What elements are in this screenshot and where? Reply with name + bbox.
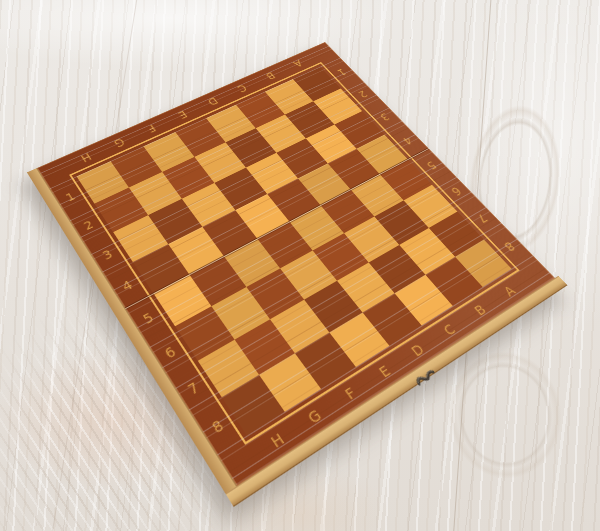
file-label-top-e: E xyxy=(176,109,189,120)
rank-label-right-1: 1 xyxy=(335,67,348,77)
file-label-top-f: F xyxy=(146,123,158,134)
file-label-bottom-c: C xyxy=(441,322,458,338)
rank-label-left-6: 6 xyxy=(162,344,178,360)
rank-label-left-1: 1 xyxy=(64,190,77,203)
rank-label-left-5: 5 xyxy=(141,310,156,325)
file-label-bottom-b: B xyxy=(472,302,488,317)
file-label-bottom-d: D xyxy=(409,342,427,359)
file-label-top-h: H xyxy=(79,151,93,163)
rank-label-left-8: 8 xyxy=(209,417,226,435)
file-label-top-a: A xyxy=(292,59,305,69)
rank-label-right-6: 6 xyxy=(449,185,463,197)
rank-label-left-2: 2 xyxy=(82,218,96,231)
rank-label-right-5: 5 xyxy=(425,160,439,172)
file-label-top-g: G xyxy=(112,137,126,149)
rank-label-right-3: 3 xyxy=(378,112,391,123)
rank-label-left-7: 7 xyxy=(185,380,201,397)
file-label-bottom-g: G xyxy=(305,407,323,426)
file-label-bottom-f: F xyxy=(342,385,358,402)
file-label-bottom-a: A xyxy=(501,284,517,299)
file-label-bottom-h: H xyxy=(268,431,286,450)
file-label-top-b: B xyxy=(264,71,277,81)
rank-label-right-7: 7 xyxy=(475,212,490,225)
rank-label-right-4: 4 xyxy=(401,135,415,146)
rank-label-left-4: 4 xyxy=(120,278,135,293)
file-label-top-d: D xyxy=(206,96,220,107)
rank-label-right-2: 2 xyxy=(356,89,369,99)
rank-label-right-8: 8 xyxy=(502,240,517,253)
file-label-bottom-e: E xyxy=(376,363,392,379)
rank-label-left-3: 3 xyxy=(100,248,114,262)
file-label-top-c: C xyxy=(236,83,249,93)
